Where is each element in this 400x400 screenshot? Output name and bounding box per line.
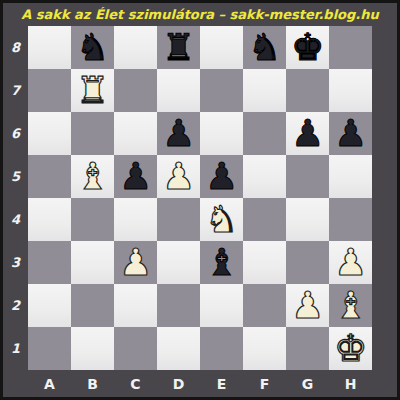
rank-label-6: 6 xyxy=(3,112,28,155)
square-a8[interactable] xyxy=(28,26,71,69)
square-f2[interactable] xyxy=(243,284,286,327)
square-d8[interactable]: ♜ xyxy=(157,26,200,69)
rank-label-4: 4 xyxy=(3,198,28,241)
rank-label-2: 2 xyxy=(3,284,28,327)
square-c1[interactable] xyxy=(114,327,157,370)
square-b5[interactable]: ♝ xyxy=(71,155,114,198)
piece-black-pawn-h6[interactable]: ♟ xyxy=(334,112,367,155)
square-h3[interactable]: ♟ xyxy=(329,241,372,284)
file-label-a: A xyxy=(28,376,71,392)
square-c5[interactable]: ♟ xyxy=(114,155,157,198)
square-e6[interactable] xyxy=(200,112,243,155)
square-e5[interactable]: ♟ xyxy=(200,155,243,198)
square-h2[interactable]: ♝ xyxy=(329,284,372,327)
piece-white-pawn-h3[interactable]: ♟ xyxy=(334,241,367,284)
square-f4[interactable] xyxy=(243,198,286,241)
square-a3[interactable] xyxy=(28,241,71,284)
square-h4[interactable] xyxy=(329,198,372,241)
piece-white-rook-b7[interactable]: ♜ xyxy=(76,69,109,112)
square-e8[interactable] xyxy=(200,26,243,69)
square-h5[interactable] xyxy=(329,155,372,198)
piece-black-king-g8[interactable]: ♚ xyxy=(291,26,324,69)
rank-labels: 87654321 xyxy=(3,26,28,370)
rank-label-1: 1 xyxy=(3,327,28,370)
piece-white-knight-e4[interactable]: ♞ xyxy=(205,198,238,241)
piece-white-bishop-h2[interactable]: ♝ xyxy=(334,284,367,327)
square-g3[interactable] xyxy=(286,241,329,284)
page-title: A sakk az Élet szimulátora – sakk-mester… xyxy=(21,7,379,22)
square-a5[interactable] xyxy=(28,155,71,198)
square-e7[interactable] xyxy=(200,69,243,112)
file-label-e: E xyxy=(200,376,243,392)
square-h8[interactable] xyxy=(329,26,372,69)
square-b4[interactable] xyxy=(71,198,114,241)
square-g7[interactable] xyxy=(286,69,329,112)
square-g2[interactable]: ♟ xyxy=(286,284,329,327)
square-d6[interactable]: ♟ xyxy=(157,112,200,155)
square-f7[interactable] xyxy=(243,69,286,112)
piece-black-knight-f8[interactable]: ♞ xyxy=(248,26,281,69)
square-d7[interactable] xyxy=(157,69,200,112)
piece-white-pawn-d5[interactable]: ♟ xyxy=(162,155,195,198)
file-label-f: F xyxy=(243,376,286,392)
rank-label-3: 3 xyxy=(3,241,28,284)
piece-black-rook-d8[interactable]: ♜ xyxy=(162,26,195,69)
square-d2[interactable] xyxy=(157,284,200,327)
square-c8[interactable] xyxy=(114,26,157,69)
file-label-g: G xyxy=(286,376,329,392)
square-f8[interactable]: ♞ xyxy=(243,26,286,69)
square-g5[interactable] xyxy=(286,155,329,198)
square-c3[interactable]: ♟ xyxy=(114,241,157,284)
square-a7[interactable] xyxy=(28,69,71,112)
piece-black-pawn-g6[interactable]: ♟ xyxy=(291,112,324,155)
square-g4[interactable] xyxy=(286,198,329,241)
square-a6[interactable] xyxy=(28,112,71,155)
square-h6[interactable]: ♟ xyxy=(329,112,372,155)
app-window: A sakk az Élet szimulátora – sakk-mester… xyxy=(0,0,400,400)
square-g6[interactable]: ♟ xyxy=(286,112,329,155)
piece-black-knight-b8[interactable]: ♞ xyxy=(76,26,109,69)
square-c6[interactable] xyxy=(114,112,157,155)
file-labels: ABCDEFGH xyxy=(3,370,397,397)
square-b7[interactable]: ♜ xyxy=(71,69,114,112)
square-a4[interactable] xyxy=(28,198,71,241)
piece-black-bishop-e3[interactable]: ♝ xyxy=(205,241,238,284)
piece-white-pawn-g2[interactable]: ♟ xyxy=(291,284,324,327)
rank-label-5: 5 xyxy=(3,155,28,198)
square-e2[interactable] xyxy=(200,284,243,327)
board-area: 87654321 ♞♜♞♚♜♟♟♟♝♟♟♟♞♟♝♟♟♝♚ xyxy=(3,26,397,370)
square-f1[interactable] xyxy=(243,327,286,370)
square-e4[interactable]: ♞ xyxy=(200,198,243,241)
square-b1[interactable] xyxy=(71,327,114,370)
square-h1[interactable]: ♚ xyxy=(329,327,372,370)
square-d1[interactable] xyxy=(157,327,200,370)
square-b8[interactable]: ♞ xyxy=(71,26,114,69)
square-h7[interactable] xyxy=(329,69,372,112)
square-c4[interactable] xyxy=(114,198,157,241)
piece-black-pawn-c5[interactable]: ♟ xyxy=(119,155,152,198)
square-d4[interactable] xyxy=(157,198,200,241)
square-c7[interactable] xyxy=(114,69,157,112)
square-d3[interactable] xyxy=(157,241,200,284)
file-label-c: C xyxy=(114,376,157,392)
square-a1[interactable] xyxy=(28,327,71,370)
file-label-d: D xyxy=(157,376,200,392)
square-e3[interactable]: ♝ xyxy=(200,241,243,284)
piece-white-bishop-b5[interactable]: ♝ xyxy=(76,155,109,198)
square-b3[interactable] xyxy=(71,241,114,284)
chess-board: ♞♜♞♚♜♟♟♟♝♟♟♟♞♟♝♟♟♝♚ xyxy=(28,26,372,370)
square-d5[interactable]: ♟ xyxy=(157,155,200,198)
title-bar: A sakk az Élet szimulátora – sakk-mester… xyxy=(3,3,397,26)
piece-white-king-h1[interactable]: ♚ xyxy=(334,327,367,370)
piece-white-pawn-c3[interactable]: ♟ xyxy=(119,241,152,284)
square-g8[interactable]: ♚ xyxy=(286,26,329,69)
square-a2[interactable] xyxy=(28,284,71,327)
file-label-h: H xyxy=(329,376,372,392)
piece-black-pawn-e5[interactable]: ♟ xyxy=(205,155,238,198)
square-f5[interactable] xyxy=(243,155,286,198)
square-f3[interactable] xyxy=(243,241,286,284)
square-f6[interactable] xyxy=(243,112,286,155)
rank-label-8: 8 xyxy=(3,26,28,69)
square-e1[interactable] xyxy=(200,327,243,370)
square-b6[interactable] xyxy=(71,112,114,155)
file-label-b: B xyxy=(71,376,114,392)
rank-label-7: 7 xyxy=(3,69,28,112)
square-g1[interactable] xyxy=(286,327,329,370)
piece-black-pawn-d6[interactable]: ♟ xyxy=(162,112,195,155)
square-c2[interactable] xyxy=(114,284,157,327)
square-b2[interactable] xyxy=(71,284,114,327)
